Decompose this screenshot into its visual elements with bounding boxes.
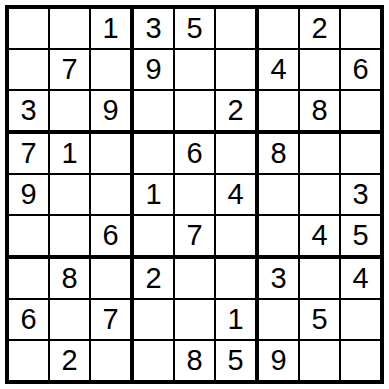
cell-r4c6[interactable] [216, 134, 259, 175]
cell-r7c3[interactable] [91, 259, 134, 300]
cell-r5c8[interactable] [300, 175, 341, 216]
cell-r6c8: 4 [300, 216, 341, 259]
cell-r2c7: 4 [259, 50, 300, 91]
cell-r7c7: 3 [259, 259, 300, 300]
cell-r4c1: 7 [9, 134, 50, 175]
cell-r6c3: 6 [91, 216, 134, 259]
cell-r1c1[interactable] [9, 9, 50, 50]
cell-r9c4[interactable] [134, 341, 175, 380]
cell-r4c5: 6 [175, 134, 216, 175]
cell-r8c9[interactable] [341, 300, 380, 341]
cell-r9c3[interactable] [91, 341, 134, 380]
cell-r1c9[interactable] [341, 9, 380, 50]
cell-r7c9: 4 [341, 259, 380, 300]
cell-r4c7: 8 [259, 134, 300, 175]
cell-r8c5[interactable] [175, 300, 216, 341]
cell-r8c3: 7 [91, 300, 134, 341]
cell-r7c4: 2 [134, 259, 175, 300]
cell-r9c8[interactable] [300, 341, 341, 380]
cell-r5c5[interactable] [175, 175, 216, 216]
cell-r3c3: 9 [91, 91, 134, 134]
cell-r9c2: 2 [50, 341, 91, 380]
cell-r3c9[interactable] [341, 91, 380, 134]
cell-r4c8[interactable] [300, 134, 341, 175]
cell-r2c9: 6 [341, 50, 380, 91]
cell-r2c2: 7 [50, 50, 91, 91]
cell-r6c5: 7 [175, 216, 216, 259]
cell-r7c2: 8 [50, 259, 91, 300]
cell-r2c6[interactable] [216, 50, 259, 91]
cell-r5c9: 3 [341, 175, 380, 216]
cell-r5c3[interactable] [91, 175, 134, 216]
cell-r5c1: 9 [9, 175, 50, 216]
cell-r5c6: 4 [216, 175, 259, 216]
cell-r1c7[interactable] [259, 9, 300, 50]
cell-r3c4[interactable] [134, 91, 175, 134]
cell-r6c1[interactable] [9, 216, 50, 259]
cell-r2c5[interactable] [175, 50, 216, 91]
cell-r6c7[interactable] [259, 216, 300, 259]
cell-r8c4[interactable] [134, 300, 175, 341]
cell-r5c4: 1 [134, 175, 175, 216]
cell-r7c8[interactable] [300, 259, 341, 300]
cell-r7c5[interactable] [175, 259, 216, 300]
cell-r4c9[interactable] [341, 134, 380, 175]
cell-r9c6: 5 [216, 341, 259, 380]
sudoku-page: 135279463928716891436745823467152859 [0, 0, 389, 389]
cell-r1c2[interactable] [50, 9, 91, 50]
cell-r2c1[interactable] [9, 50, 50, 91]
cell-r3c1: 3 [9, 91, 50, 134]
cell-r3c2[interactable] [50, 91, 91, 134]
cell-r6c4[interactable] [134, 216, 175, 259]
cell-r1c6[interactable] [216, 9, 259, 50]
cell-r2c3[interactable] [91, 50, 134, 91]
cell-r4c4[interactable] [134, 134, 175, 175]
cell-r1c4: 3 [134, 9, 175, 50]
cell-r2c4: 9 [134, 50, 175, 91]
cell-r6c9: 5 [341, 216, 380, 259]
cell-r4c3[interactable] [91, 134, 134, 175]
cell-r8c7[interactable] [259, 300, 300, 341]
sudoku-board: 135279463928716891436745823467152859 [5, 5, 384, 384]
cell-r1c8: 2 [300, 9, 341, 50]
cell-r3c8: 8 [300, 91, 341, 134]
cell-r6c2[interactable] [50, 216, 91, 259]
cell-r7c6[interactable] [216, 259, 259, 300]
cell-r5c2[interactable] [50, 175, 91, 216]
cell-r1c5: 5 [175, 9, 216, 50]
cell-r9c1[interactable] [9, 341, 50, 380]
cell-r8c8: 5 [300, 300, 341, 341]
cell-r9c5: 8 [175, 341, 216, 380]
cell-r8c1: 6 [9, 300, 50, 341]
cell-r5c7[interactable] [259, 175, 300, 216]
cell-r9c9[interactable] [341, 341, 380, 380]
cell-r9c7: 9 [259, 341, 300, 380]
cell-r1c3: 1 [91, 9, 134, 50]
cell-r2c8[interactable] [300, 50, 341, 91]
cell-r7c1[interactable] [9, 259, 50, 300]
cell-r4c2: 1 [50, 134, 91, 175]
cell-r6c6[interactable] [216, 216, 259, 259]
cell-r3c6: 2 [216, 91, 259, 134]
cell-r8c2[interactable] [50, 300, 91, 341]
cell-r8c6: 1 [216, 300, 259, 341]
cell-r3c7[interactable] [259, 91, 300, 134]
cell-r3c5[interactable] [175, 91, 216, 134]
